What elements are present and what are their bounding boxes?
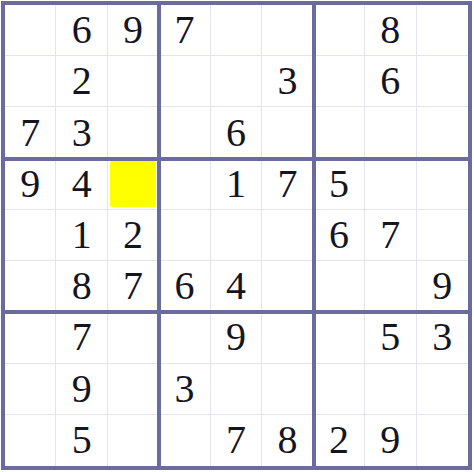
cell-r9c1[interactable]	[5, 415, 56, 466]
cell-r2c5[interactable]	[211, 56, 262, 107]
cell-r5c5[interactable]	[211, 210, 262, 261]
cell-r1c6[interactable]	[262, 5, 313, 56]
cell-r5c7[interactable]: 6	[314, 210, 365, 261]
given-digit: 2	[123, 215, 143, 255]
cell-r2c4[interactable]	[159, 56, 210, 107]
given-digit: 7	[72, 317, 92, 357]
sudoku-board: 69782367369417512678764979539357829	[1, 1, 472, 470]
cell-r5c1[interactable]	[5, 210, 56, 261]
cell-r2c7[interactable]	[314, 56, 365, 107]
given-digit: 6	[226, 113, 246, 153]
cell-r5c9[interactable]	[417, 210, 468, 261]
given-digit: 9	[72, 369, 92, 409]
sudoku-grid: 69782367369417512678764979539357829	[5, 5, 468, 466]
cell-r7c1[interactable]	[5, 312, 56, 363]
given-digit: 4	[226, 266, 246, 306]
cell-r8c1[interactable]	[5, 364, 56, 415]
given-digit: 2	[329, 420, 349, 460]
cell-r8c9[interactable]	[417, 364, 468, 415]
given-digit: 5	[380, 317, 400, 357]
cell-r4c4[interactable]	[159, 159, 210, 210]
cell-r6c1[interactable]	[5, 261, 56, 312]
cell-r3c3[interactable]	[108, 107, 159, 158]
cell-r6c8[interactable]	[365, 261, 416, 312]
cell-r6c9[interactable]: 9	[417, 261, 468, 312]
given-digit: 7	[175, 10, 195, 50]
cell-r7c5[interactable]: 9	[211, 312, 262, 363]
given-digit: 9	[123, 10, 143, 50]
cell-r2c2[interactable]: 2	[56, 56, 107, 107]
cell-r8c5[interactable]	[211, 364, 262, 415]
cell-r3c6[interactable]	[262, 107, 313, 158]
cell-r9c2[interactable]: 5	[56, 415, 107, 466]
cell-r1c3[interactable]: 9	[108, 5, 159, 56]
cell-r3c7[interactable]	[314, 107, 365, 158]
cell-r6c2[interactable]: 8	[56, 261, 107, 312]
cell-r2c1[interactable]	[5, 56, 56, 107]
cell-r8c7[interactable]	[314, 364, 365, 415]
cell-r6c4[interactable]: 6	[159, 261, 210, 312]
given-digit: 7	[380, 215, 400, 255]
cell-r2c9[interactable]	[417, 56, 468, 107]
given-digit: 6	[329, 215, 349, 255]
given-digit: 9	[20, 164, 40, 204]
cell-r2c8[interactable]: 6	[365, 56, 416, 107]
cell-r1c4[interactable]: 7	[159, 5, 210, 56]
given-digit: 8	[72, 266, 92, 306]
cell-r2c6[interactable]: 3	[262, 56, 313, 107]
cell-r9c3[interactable]	[108, 415, 159, 466]
cell-r4c1[interactable]: 9	[5, 159, 56, 210]
given-digit: 8	[380, 10, 400, 50]
given-digit: 4	[72, 164, 92, 204]
cell-r5c2[interactable]: 1	[56, 210, 107, 261]
given-digit: 8	[277, 420, 297, 460]
given-digit: 9	[432, 266, 452, 306]
cell-r4c9[interactable]	[417, 159, 468, 210]
given-digit: 3	[277, 61, 297, 101]
cell-r8c2[interactable]: 9	[56, 364, 107, 415]
cell-r7c9[interactable]: 3	[417, 312, 468, 363]
given-digit: 1	[72, 215, 92, 255]
given-digit: 7	[277, 164, 297, 204]
cell-r4c7[interactable]: 5	[314, 159, 365, 210]
cell-r6c5[interactable]: 4	[211, 261, 262, 312]
cell-r4c2[interactable]: 4	[56, 159, 107, 210]
cell-r3c8[interactable]	[365, 107, 416, 158]
cell-r1c5[interactable]	[211, 5, 262, 56]
cell-r1c9[interactable]	[417, 5, 468, 56]
cell-r8c8[interactable]	[365, 364, 416, 415]
cell-r2c3[interactable]	[108, 56, 159, 107]
cell-r3c2[interactable]: 3	[56, 107, 107, 158]
cell-r9c5[interactable]: 7	[211, 415, 262, 466]
cell-r8c6[interactable]	[262, 364, 313, 415]
selected-cell-highlight	[110, 161, 156, 207]
cell-r7c4[interactable]	[159, 312, 210, 363]
cell-r7c2[interactable]: 7	[56, 312, 107, 363]
given-digit: 9	[226, 317, 246, 357]
cell-r6c3[interactable]: 7	[108, 261, 159, 312]
cell-r8c3[interactable]	[108, 364, 159, 415]
cell-r5c8[interactable]: 7	[365, 210, 416, 261]
given-digit: 5	[329, 164, 349, 204]
cell-r4c8[interactable]	[365, 159, 416, 210]
given-digit: 6	[72, 10, 92, 50]
cell-r9c6[interactable]: 8	[262, 415, 313, 466]
cell-r6c7[interactable]	[314, 261, 365, 312]
given-digit: 2	[72, 61, 92, 101]
cell-r3c9[interactable]	[417, 107, 468, 158]
given-digit: 3	[432, 317, 452, 357]
cell-r7c6[interactable]	[262, 312, 313, 363]
cell-r3c1[interactable]: 7	[5, 107, 56, 158]
cell-r4c3[interactable]	[108, 159, 159, 210]
given-digit: 7	[20, 113, 40, 153]
given-digit: 5	[72, 420, 92, 460]
cell-r9c8[interactable]: 9	[365, 415, 416, 466]
cell-r9c7[interactable]: 2	[314, 415, 365, 466]
cell-r3c5[interactable]: 6	[211, 107, 262, 158]
cell-r1c1[interactable]	[5, 5, 56, 56]
cell-r7c3[interactable]	[108, 312, 159, 363]
cell-r5c6[interactable]	[262, 210, 313, 261]
given-digit: 3	[72, 113, 92, 153]
cell-r7c7[interactable]	[314, 312, 365, 363]
given-digit: 3	[175, 369, 195, 409]
given-digit: 7	[226, 420, 246, 460]
given-digit: 1	[226, 164, 246, 204]
sudoku-page: 69782367369417512678764979539357829	[0, 0, 474, 472]
cell-r5c3[interactable]: 2	[108, 210, 159, 261]
cell-r7c8[interactable]: 5	[365, 312, 416, 363]
given-digit: 7	[123, 266, 143, 306]
cell-r1c8[interactable]: 8	[365, 5, 416, 56]
cell-r4c6[interactable]: 7	[262, 159, 313, 210]
cell-r6c6[interactable]	[262, 261, 313, 312]
cell-r5c4[interactable]	[159, 210, 210, 261]
cell-r1c7[interactable]	[314, 5, 365, 56]
cell-r9c4[interactable]	[159, 415, 210, 466]
cell-r3c4[interactable]	[159, 107, 210, 158]
given-digit: 6	[175, 266, 195, 306]
cell-r9c9[interactable]	[417, 415, 468, 466]
cell-r4c5[interactable]: 1	[211, 159, 262, 210]
cell-r8c4[interactable]: 3	[159, 364, 210, 415]
given-digit: 6	[380, 61, 400, 101]
given-digit: 9	[380, 420, 400, 460]
cell-r1c2[interactable]: 6	[56, 5, 107, 56]
